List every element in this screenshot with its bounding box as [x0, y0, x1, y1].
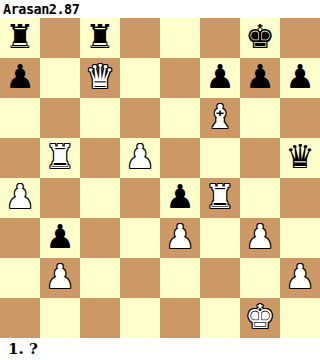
- square-d8[interactable]: [120, 18, 160, 58]
- square-h5[interactable]: ♛: [280, 138, 320, 178]
- square-a2[interactable]: [0, 258, 40, 298]
- square-b3[interactable]: ♟: [40, 218, 80, 258]
- square-f4[interactable]: ♜: [200, 178, 240, 218]
- square-a8[interactable]: ♜: [0, 18, 40, 58]
- square-e7[interactable]: [160, 58, 200, 98]
- square-c4[interactable]: [80, 178, 120, 218]
- square-e2[interactable]: [160, 258, 200, 298]
- square-c3[interactable]: [80, 218, 120, 258]
- status-bar: 1. ?: [0, 338, 320, 360]
- square-b1[interactable]: [40, 298, 80, 338]
- white-pawn: ♟: [165, 218, 195, 257]
- black-pawn: ♟: [205, 58, 235, 97]
- square-a4[interactable]: ♟: [0, 178, 40, 218]
- square-c5[interactable]: [80, 138, 120, 178]
- black-pawn: ♟: [45, 218, 75, 257]
- white-pawn: ♟: [285, 258, 315, 297]
- square-a7[interactable]: ♟: [0, 58, 40, 98]
- black-pawn: ♟: [5, 58, 35, 97]
- square-d3[interactable]: [120, 218, 160, 258]
- square-c1[interactable]: [80, 298, 120, 338]
- square-h7[interactable]: ♟: [280, 58, 320, 98]
- square-e8[interactable]: [160, 18, 200, 58]
- square-h6[interactable]: [280, 98, 320, 138]
- square-c7[interactable]: ♛: [80, 58, 120, 98]
- square-g6[interactable]: [240, 98, 280, 138]
- white-pawn: ♟: [45, 258, 75, 297]
- square-b6[interactable]: [40, 98, 80, 138]
- white-queen: ♛: [85, 58, 115, 97]
- square-e4[interactable]: ♟: [160, 178, 200, 218]
- square-g3[interactable]: ♟: [240, 218, 280, 258]
- square-h3[interactable]: [280, 218, 320, 258]
- white-pawn: ♟: [245, 218, 275, 257]
- square-h8[interactable]: [280, 18, 320, 58]
- square-f3[interactable]: [200, 218, 240, 258]
- square-d4[interactable]: [120, 178, 160, 218]
- square-b5[interactable]: ♜: [40, 138, 80, 178]
- square-d2[interactable]: [120, 258, 160, 298]
- square-d6[interactable]: [120, 98, 160, 138]
- white-bishop: ♝: [205, 98, 235, 137]
- square-f8[interactable]: [200, 18, 240, 58]
- square-f2[interactable]: [200, 258, 240, 298]
- square-a6[interactable]: [0, 98, 40, 138]
- white-pawn: ♟: [5, 178, 35, 217]
- square-b7[interactable]: [40, 58, 80, 98]
- square-d1[interactable]: [120, 298, 160, 338]
- square-a1[interactable]: [0, 298, 40, 338]
- square-d7[interactable]: [120, 58, 160, 98]
- white-rook: ♜: [45, 138, 75, 177]
- square-h1[interactable]: [280, 298, 320, 338]
- square-g5[interactable]: [240, 138, 280, 178]
- square-g8[interactable]: ♚: [240, 18, 280, 58]
- chess-app-window: Arasan2.87 ♜♜♚♟♛♟♟♟♝♜♟♛♟♟♜♟♟♟♟♟♚ 1. ?: [0, 0, 320, 360]
- square-f5[interactable]: [200, 138, 240, 178]
- square-b2[interactable]: ♟: [40, 258, 80, 298]
- white-king: ♚: [245, 298, 275, 337]
- square-f7[interactable]: ♟: [200, 58, 240, 98]
- black-pawn: ♟: [245, 58, 275, 97]
- white-rook: ♜: [205, 178, 235, 217]
- square-e5[interactable]: [160, 138, 200, 178]
- square-g1[interactable]: ♚: [240, 298, 280, 338]
- square-g4[interactable]: [240, 178, 280, 218]
- square-h4[interactable]: [280, 178, 320, 218]
- black-pawn: ♟: [165, 178, 195, 217]
- black-rook: ♜: [5, 18, 35, 57]
- square-c6[interactable]: [80, 98, 120, 138]
- square-b4[interactable]: [40, 178, 80, 218]
- title-bar: Arasan2.87: [0, 0, 320, 18]
- square-f1[interactable]: [200, 298, 240, 338]
- square-a3[interactable]: [0, 218, 40, 258]
- square-b8[interactable]: [40, 18, 80, 58]
- white-pawn: ♟: [125, 138, 155, 177]
- black-king: ♚: [245, 18, 275, 57]
- square-h2[interactable]: ♟: [280, 258, 320, 298]
- engine-title: Arasan2.87: [0, 0, 79, 18]
- square-g7[interactable]: ♟: [240, 58, 280, 98]
- square-c8[interactable]: ♜: [80, 18, 120, 58]
- square-a5[interactable]: [0, 138, 40, 178]
- square-e1[interactable]: [160, 298, 200, 338]
- square-e6[interactable]: [160, 98, 200, 138]
- move-prompt: 1. ?: [0, 338, 38, 360]
- square-f6[interactable]: ♝: [200, 98, 240, 138]
- chess-board: ♜♜♚♟♛♟♟♟♝♜♟♛♟♟♜♟♟♟♟♟♚: [0, 18, 320, 338]
- square-e3[interactable]: ♟: [160, 218, 200, 258]
- square-g2[interactable]: [240, 258, 280, 298]
- square-d5[interactable]: ♟: [120, 138, 160, 178]
- black-rook: ♜: [85, 18, 115, 57]
- black-queen: ♛: [285, 138, 315, 177]
- black-pawn: ♟: [285, 58, 315, 97]
- square-c2[interactable]: [80, 258, 120, 298]
